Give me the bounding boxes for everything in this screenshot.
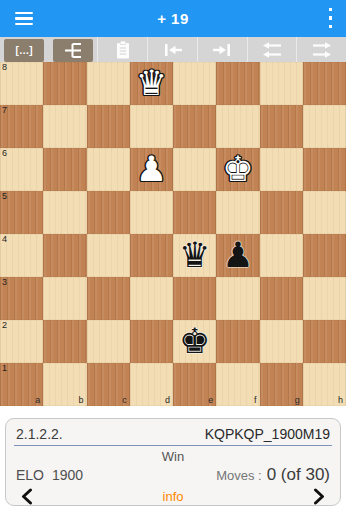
square-f8[interactable] bbox=[216, 62, 259, 105]
app-bar: + 19 bbox=[0, 0, 346, 37]
toolbar-cell-skip-end[interactable] bbox=[197, 37, 247, 62]
toolbar-cell-skip-start[interactable] bbox=[147, 37, 197, 62]
square-e1[interactable]: e bbox=[173, 363, 216, 406]
square-a4[interactable]: 4 bbox=[0, 234, 43, 277]
square-c2[interactable] bbox=[87, 320, 130, 363]
square-e7[interactable] bbox=[173, 105, 216, 148]
file-label-g: g bbox=[295, 395, 300, 406]
info-card: 2.1.2.2. KQPKQP_1900M19 Win ELO1900 Move… bbox=[5, 418, 341, 506]
toolbar-cell-variations bbox=[49, 37, 98, 62]
square-e6[interactable] bbox=[173, 148, 216, 191]
square-a1[interactable]: 1a bbox=[0, 363, 43, 406]
square-b8[interactable] bbox=[43, 62, 86, 105]
stats-row: ELO1900 Moves : 0 (of 30) bbox=[6, 465, 340, 485]
variations-button[interactable] bbox=[53, 39, 93, 62]
annotations-button[interactable]: [...] bbox=[4, 39, 44, 62]
toolbar: [...] bbox=[0, 37, 346, 62]
variations-icon bbox=[64, 42, 83, 59]
square-c1[interactable]: c bbox=[87, 363, 130, 406]
menu-icon[interactable] bbox=[15, 12, 33, 25]
square-f5[interactable] bbox=[216, 191, 259, 234]
rank-label-1: 1 bbox=[2, 363, 7, 374]
square-b2[interactable] bbox=[43, 320, 86, 363]
square-b4[interactable] bbox=[43, 234, 86, 277]
rank-label-3: 3 bbox=[2, 277, 7, 288]
rank-label-4: 4 bbox=[2, 234, 7, 245]
clipboard-icon bbox=[115, 40, 131, 60]
square-e8[interactable] bbox=[173, 62, 216, 105]
square-h3[interactable] bbox=[303, 277, 346, 320]
double-right-arrows-icon bbox=[310, 41, 334, 59]
square-d8[interactable]: ♛ bbox=[130, 62, 173, 105]
tab-info[interactable]: info bbox=[163, 489, 184, 504]
elo-rating: ELO1900 bbox=[16, 467, 83, 483]
white-king-piece[interactable]: ♚ bbox=[216, 148, 259, 191]
square-d7[interactable] bbox=[130, 105, 173, 148]
overflow-menu-icon[interactable] bbox=[329, 8, 333, 28]
moves-counter: Moves : 0 (of 30) bbox=[216, 465, 330, 485]
square-h7[interactable] bbox=[303, 105, 346, 148]
square-a5[interactable]: 5 bbox=[0, 191, 43, 234]
square-b7[interactable] bbox=[43, 105, 86, 148]
moves-label: Moves : bbox=[216, 468, 262, 483]
square-f6[interactable]: ♚ bbox=[216, 148, 259, 191]
square-d4[interactable] bbox=[130, 234, 173, 277]
square-f2[interactable] bbox=[216, 320, 259, 363]
app-window: + 19 [...] bbox=[0, 0, 346, 512]
rank-label-7: 7 bbox=[2, 105, 7, 116]
square-a8[interactable]: 8 bbox=[0, 62, 43, 105]
rank-label-2: 2 bbox=[2, 320, 7, 331]
rank-label-5: 5 bbox=[2, 191, 7, 202]
square-g4[interactable] bbox=[260, 234, 303, 277]
square-c6[interactable] bbox=[87, 148, 130, 191]
app-title: + 19 bbox=[0, 10, 346, 27]
square-a2[interactable]: 2 bbox=[0, 320, 43, 363]
square-d1[interactable]: d bbox=[130, 363, 173, 406]
file-label-a: a bbox=[35, 395, 40, 406]
square-b3[interactable] bbox=[43, 277, 86, 320]
square-e2[interactable]: ♚ bbox=[173, 320, 216, 363]
bottom-nav: info bbox=[6, 485, 340, 505]
black-king-piece[interactable]: ♚ bbox=[173, 320, 216, 363]
white-queen-piece[interactable]: ♛ bbox=[130, 62, 173, 105]
square-g2[interactable] bbox=[260, 320, 303, 363]
square-c4[interactable] bbox=[87, 234, 130, 277]
square-f1[interactable]: f bbox=[216, 363, 259, 406]
square-g7[interactable] bbox=[260, 105, 303, 148]
puzzle-number: 2.1.2.2. bbox=[16, 426, 63, 442]
file-label-d: d bbox=[165, 395, 170, 406]
chevron-left-icon bbox=[20, 488, 33, 505]
file-label-e: e bbox=[208, 395, 213, 406]
moves-value: 0 (of 30) bbox=[267, 465, 330, 485]
annotations-icon: [...] bbox=[16, 45, 34, 56]
square-c8[interactable] bbox=[87, 62, 130, 105]
double-left-arrows-icon bbox=[260, 41, 284, 59]
square-c3[interactable] bbox=[87, 277, 130, 320]
square-a7[interactable]: 7 bbox=[0, 105, 43, 148]
rank-label-8: 8 bbox=[2, 62, 7, 73]
puzzle-set-name: KQPKQP_1900M19 bbox=[205, 426, 330, 442]
square-f7[interactable] bbox=[216, 105, 259, 148]
square-a3[interactable]: 3 bbox=[0, 277, 43, 320]
square-g5[interactable] bbox=[260, 191, 303, 234]
skip-to-end-icon bbox=[211, 42, 233, 58]
square-c7[interactable] bbox=[87, 105, 130, 148]
square-d5[interactable] bbox=[130, 191, 173, 234]
square-d3[interactable] bbox=[130, 277, 173, 320]
chess-board: 8♛76♟♚54♛♟32♚1abcdefgh bbox=[0, 62, 346, 406]
square-b1[interactable]: b bbox=[43, 363, 86, 406]
toolbar-cell-clipboard[interactable] bbox=[97, 37, 147, 62]
square-e4[interactable]: ♛ bbox=[173, 234, 216, 277]
rank-label-6: 6 bbox=[2, 148, 7, 159]
next-puzzle-button[interactable] bbox=[313, 488, 326, 505]
square-g3[interactable] bbox=[260, 277, 303, 320]
toolbar-cell-jump-back[interactable] bbox=[247, 37, 297, 62]
square-b5[interactable] bbox=[43, 191, 86, 234]
file-label-h: h bbox=[338, 395, 343, 406]
white-pawn-piece[interactable]: ♟ bbox=[130, 148, 173, 191]
square-h8[interactable] bbox=[303, 62, 346, 105]
square-g6[interactable] bbox=[260, 148, 303, 191]
square-h5[interactable] bbox=[303, 191, 346, 234]
square-h2[interactable] bbox=[303, 320, 346, 363]
square-a6[interactable]: 6 bbox=[0, 148, 43, 191]
square-h6[interactable] bbox=[303, 148, 346, 191]
square-f4[interactable]: ♟ bbox=[216, 234, 259, 277]
square-e3[interactable] bbox=[173, 277, 216, 320]
toolbar-cell-annotations: [...] bbox=[0, 37, 49, 62]
puzzle-header-row: 2.1.2.2. KQPKQP_1900M19 bbox=[6, 419, 340, 445]
square-g8[interactable] bbox=[260, 62, 303, 105]
toolbar-cell-jump-forward[interactable] bbox=[296, 37, 346, 62]
square-d2[interactable] bbox=[130, 320, 173, 363]
elo-label: ELO bbox=[16, 467, 44, 483]
square-b6[interactable] bbox=[43, 148, 86, 191]
file-label-b: b bbox=[78, 395, 83, 406]
result-label: Win bbox=[6, 446, 340, 465]
previous-puzzle-button[interactable] bbox=[20, 488, 33, 505]
chevron-right-icon bbox=[313, 488, 326, 505]
square-f3[interactable] bbox=[216, 277, 259, 320]
skip-to-start-icon bbox=[162, 42, 184, 58]
square-g1[interactable]: g bbox=[260, 363, 303, 406]
black-queen-piece[interactable]: ♛ bbox=[173, 234, 216, 277]
square-h1[interactable]: h bbox=[303, 363, 346, 406]
elo-value: 1900 bbox=[52, 467, 83, 483]
square-d6[interactable]: ♟ bbox=[130, 148, 173, 191]
square-c5[interactable] bbox=[87, 191, 130, 234]
file-label-f: f bbox=[254, 395, 257, 406]
square-h4[interactable] bbox=[303, 234, 346, 277]
file-label-c: c bbox=[122, 395, 127, 406]
black-pawn-piece[interactable]: ♟ bbox=[216, 234, 259, 277]
square-e5[interactable] bbox=[173, 191, 216, 234]
